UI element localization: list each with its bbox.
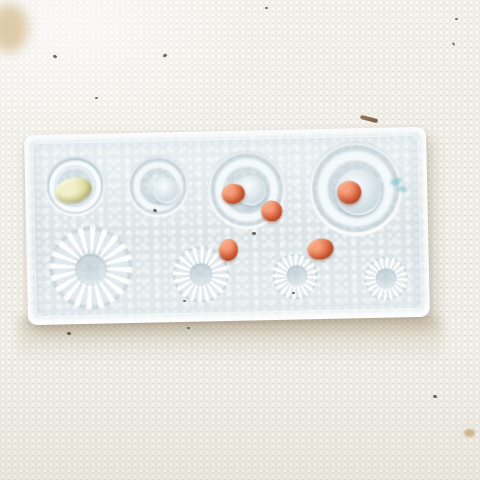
lint-speck: [163, 53, 168, 58]
pit-r1c3[interactable]: [206, 150, 287, 231]
corner-smudge: [0, 4, 28, 52]
lint-speck: [452, 42, 456, 46]
pit-center-bump: [153, 176, 180, 203]
lint-speck: [455, 18, 458, 20]
lint-speck: [265, 7, 268, 9]
lint-speck: [187, 327, 190, 329]
pit-r2c1[interactable]: [46, 222, 136, 312]
lint-speck: [53, 54, 58, 58]
pit-grid: [25, 128, 429, 324]
lint-speck: [67, 332, 71, 335]
seed-yellow: [52, 174, 94, 206]
pit-r1c1[interactable]: [45, 155, 106, 216]
mold-tray: [24, 127, 430, 325]
lint-speck: [95, 97, 98, 99]
lint-speck: [252, 232, 256, 235]
pit-cell-r2c3: [227, 225, 329, 320]
pit-cell-r2c4: [327, 223, 429, 318]
pit-r2c4[interactable]: [363, 255, 410, 302]
pit-cell-r2c2: [127, 227, 229, 322]
pit-r1c2[interactable]: [127, 154, 190, 217]
twig-debris: [360, 115, 378, 123]
lint-speck: [183, 300, 186, 302]
pit-cell-r1c1: [25, 134, 127, 231]
pit-r2c2[interactable]: [170, 243, 231, 304]
seed-orange: [261, 200, 282, 221]
lint-speck: [433, 395, 438, 399]
photo: [0, 0, 480, 480]
pit-cell-r2c1: [27, 229, 129, 324]
pit-cell-r1c4: [325, 128, 427, 225]
tan-speck: [464, 429, 475, 437]
